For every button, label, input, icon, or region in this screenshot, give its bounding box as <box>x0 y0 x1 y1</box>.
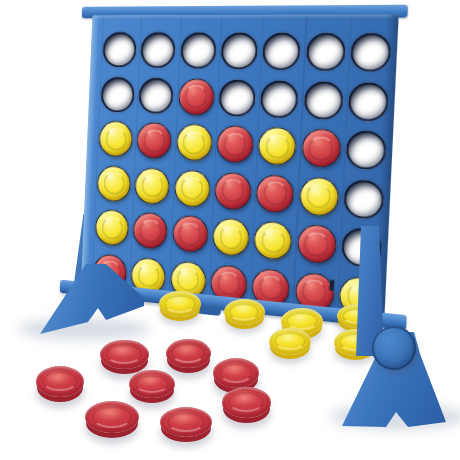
loose-yellow-disc[interactable] <box>224 299 265 325</box>
loose-red-disc[interactable] <box>160 407 212 437</box>
loose-red-disc[interactable] <box>36 366 84 397</box>
loose-yellow-disc[interactable] <box>269 328 311 355</box>
right-leg-pivot-knob <box>372 326 416 370</box>
connect-four-scene <box>0 0 460 460</box>
loose-red-disc[interactable] <box>222 387 271 418</box>
loose-red-disc[interactable] <box>166 339 211 368</box>
loose-red-disc[interactable] <box>213 358 259 388</box>
loose-yellow-disc[interactable] <box>159 291 201 317</box>
loose-red-disc[interactable] <box>100 340 149 369</box>
loose-red-disc[interactable] <box>85 401 139 433</box>
loose-red-disc[interactable] <box>129 370 175 398</box>
